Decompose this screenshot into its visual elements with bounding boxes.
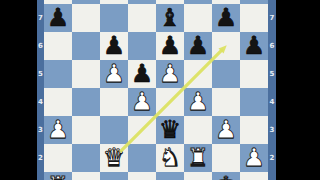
- square-g6: [212, 32, 240, 60]
- square-a1: ♜: [44, 172, 72, 180]
- white-pawn-a3: ♟: [44, 116, 72, 144]
- square-c6: ♟: [100, 32, 128, 60]
- square-a6: [44, 32, 72, 60]
- square-h1: [240, 172, 268, 180]
- chess-video-frame: 765432 765432 ♜♜♚♟♝♟♟♟♟♟♟♟♟♟♟♟♛♟♛♞♜♟♜♚: [0, 0, 320, 180]
- square-e1: [156, 172, 184, 180]
- square-h2: ♟: [240, 144, 268, 172]
- square-g1: ♚: [212, 172, 240, 180]
- white-pawn-f4: ♟: [184, 88, 212, 116]
- square-a5: [44, 60, 72, 88]
- white-pawn-c5: ♟: [100, 60, 128, 88]
- black-pawn-e6: ♟: [156, 32, 184, 60]
- rank-label-column-left: 765432: [37, 0, 44, 180]
- black-bishop-e7: ♝: [156, 4, 184, 32]
- square-e6: ♟: [156, 32, 184, 60]
- square-e2: ♞: [156, 144, 184, 172]
- square-d2: [128, 144, 156, 172]
- square-a7: ♟: [44, 4, 72, 32]
- rank-label-right-2: 2: [268, 154, 276, 162]
- rank-label-right-6: 6: [268, 42, 276, 50]
- square-f5: [184, 60, 212, 88]
- rank-label-left-6: 6: [37, 42, 44, 50]
- square-g2: [212, 144, 240, 172]
- square-b1: [72, 172, 100, 180]
- white-king-g1: ♚: [212, 172, 240, 180]
- black-queen-e3: ♛: [156, 116, 184, 144]
- square-f3: [184, 116, 212, 144]
- black-pawn-d5: ♟: [128, 60, 156, 88]
- square-d6: [128, 32, 156, 60]
- square-h4: [240, 88, 268, 116]
- square-d3: [128, 116, 156, 144]
- square-b6: [72, 32, 100, 60]
- white-rook-a1: ♜: [44, 172, 72, 180]
- square-c5: ♟: [100, 60, 128, 88]
- black-pawn-a7: ♟: [44, 4, 72, 32]
- square-d4: ♟: [128, 88, 156, 116]
- square-d7: [128, 4, 156, 32]
- black-pawn-f6: ♟: [184, 32, 212, 60]
- square-f4: ♟: [184, 88, 212, 116]
- square-h6: ♟: [240, 32, 268, 60]
- black-pawn-g7: ♟: [212, 4, 240, 32]
- square-h7: [240, 4, 268, 32]
- square-a2: [44, 144, 72, 172]
- rank-label-right-5: 5: [268, 70, 276, 78]
- rank-label-right-3: 3: [268, 126, 276, 134]
- black-pawn-h6: ♟: [240, 32, 268, 60]
- square-g7: ♟: [212, 4, 240, 32]
- square-g4: [212, 88, 240, 116]
- chess-board: ♜♜♚♟♝♟♟♟♟♟♟♟♟♟♟♟♛♟♛♞♜♟♜♚: [44, 0, 268, 180]
- rank-label-left-4: 4: [37, 98, 44, 106]
- white-queen-c2: ♛: [100, 144, 128, 172]
- white-pawn-e5: ♟: [156, 60, 184, 88]
- square-b2: [72, 144, 100, 172]
- square-f2: ♜: [184, 144, 212, 172]
- black-pawn-c6: ♟: [100, 32, 128, 60]
- square-e3: ♛: [156, 116, 184, 144]
- square-h5: [240, 60, 268, 88]
- white-knight-e2: ♞: [156, 144, 184, 172]
- square-g5: [212, 60, 240, 88]
- white-pawn-g3: ♟: [212, 116, 240, 144]
- square-f1: [184, 172, 212, 180]
- white-pawn-h2: ♟: [240, 144, 268, 172]
- rank-label-left-3: 3: [37, 126, 44, 134]
- square-a3: ♟: [44, 116, 72, 144]
- white-rook-f2: ♜: [184, 144, 212, 172]
- rank-label-column-right: 765432: [268, 0, 276, 180]
- square-c3: [100, 116, 128, 144]
- square-e7: ♝: [156, 4, 184, 32]
- square-f7: [184, 4, 212, 32]
- square-a4: [44, 88, 72, 116]
- white-pawn-d4: ♟: [128, 88, 156, 116]
- square-c4: [100, 88, 128, 116]
- rank-label-left-2: 2: [37, 154, 44, 162]
- square-c2: ♛: [100, 144, 128, 172]
- square-h3: [240, 116, 268, 144]
- square-g3: ♟: [212, 116, 240, 144]
- rank-label-right-4: 4: [268, 98, 276, 106]
- square-d5: ♟: [128, 60, 156, 88]
- rank-label-left-7: 7: [37, 14, 44, 22]
- square-b7: [72, 4, 100, 32]
- square-e5: ♟: [156, 60, 184, 88]
- square-b5: [72, 60, 100, 88]
- square-e4: [156, 88, 184, 116]
- square-b4: [72, 88, 100, 116]
- square-c1: [100, 172, 128, 180]
- square-b3: [72, 116, 100, 144]
- rank-label-right-7: 7: [268, 14, 276, 22]
- square-c7: [100, 4, 128, 32]
- square-f6: ♟: [184, 32, 212, 60]
- square-d1: [128, 172, 156, 180]
- rank-label-left-5: 5: [37, 70, 44, 78]
